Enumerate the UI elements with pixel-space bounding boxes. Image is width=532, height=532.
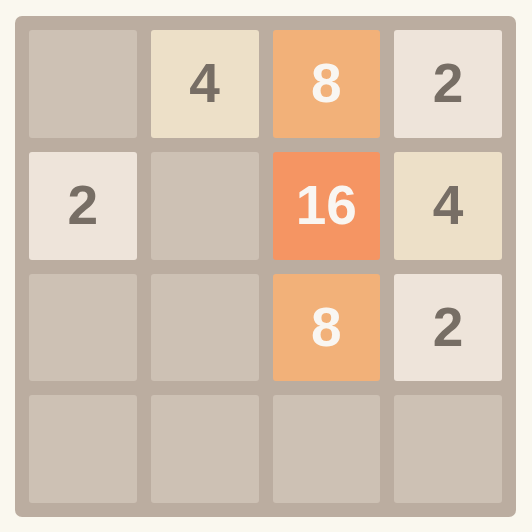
tile-2: 2 <box>29 152 137 260</box>
cell-empty <box>151 274 259 382</box>
tile-2: 2 <box>394 274 502 382</box>
cell-empty <box>151 395 259 503</box>
tile-4: 4 <box>151 30 259 138</box>
tile-8: 8 <box>273 30 381 138</box>
cell-empty <box>394 395 502 503</box>
cell-empty <box>29 274 137 382</box>
tile-2: 2 <box>394 30 502 138</box>
tile-16: 16 <box>273 152 381 260</box>
cell-empty <box>29 30 137 138</box>
tile-4: 4 <box>394 152 502 260</box>
cell-empty <box>151 152 259 260</box>
tile-8: 8 <box>273 274 381 382</box>
cell-empty <box>29 395 137 503</box>
cell-empty <box>273 395 381 503</box>
game-board-2048[interactable]: 482216482 <box>15 16 516 517</box>
